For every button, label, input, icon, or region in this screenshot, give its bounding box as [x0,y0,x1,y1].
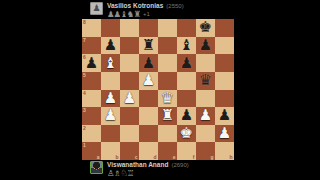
square-c5[interactable] [120,72,139,90]
square-f7[interactable]: ♝ [177,37,196,55]
default-avatar-pawn-icon: ♟ [92,4,100,13]
piece-black-pawn[interactable]: ♟ [104,38,117,53]
file-label: d [153,154,156,160]
square-b7[interactable]: ♟ [101,37,120,55]
square-h7[interactable] [215,37,234,55]
piece-white-king[interactable]: ♚ [180,126,193,141]
square-a7[interactable]: 7 [82,37,101,55]
square-a3[interactable]: 3 [82,107,101,125]
square-a4[interactable]: 4 [82,90,101,108]
piece-black-pawn[interactable]: ♟ [85,56,98,71]
piece-black-pawn[interactable]: ♟ [180,56,193,71]
piece-black-pawn[interactable]: ♟ [218,108,231,123]
square-a1[interactable]: 1a [82,142,101,160]
rank-label: 7 [83,37,86,43]
piece-black-pawn[interactable]: ♟ [199,38,212,53]
piece-black-queen[interactable]: ♛ [199,73,212,88]
rank-label: 8 [83,19,86,25]
file-label: g [210,154,213,160]
square-g4[interactable] [196,90,215,108]
square-h2[interactable]: ♟ [215,125,234,143]
square-e5[interactable] [158,72,177,90]
square-g2[interactable] [196,125,215,143]
piece-black-rook[interactable]: ♜ [142,38,155,53]
square-d8[interactable] [139,19,158,37]
piece-white-pawn[interactable]: ♟ [218,126,231,141]
square-f1[interactable]: f [177,142,196,160]
square-e2[interactable] [158,125,177,143]
chess-board: 8♚7♟♜♝♟6♟♝♟♟5♟♛4♟♟♛3♟♜♟♟♟2♚♟1abcdefgh [82,19,234,160]
square-a8[interactable]: 8 [82,19,101,37]
square-d7[interactable]: ♜ [139,37,158,55]
top-player-name[interactable]: Vasilios Kotronias [107,2,163,9]
bottom-player-rating: (2690) [171,162,188,169]
square-b3[interactable]: ♟ [101,107,120,125]
square-g8[interactable]: ♚ [196,19,215,37]
square-e8[interactable] [158,19,177,37]
piece-white-pawn[interactable]: ♟ [199,108,212,123]
square-h5[interactable] [215,72,234,90]
square-h1[interactable]: h [215,142,234,160]
square-b4[interactable]: ♟ [101,90,120,108]
square-g1[interactable]: g [196,142,215,160]
square-d1[interactable]: d [139,142,158,160]
captured-pieces-icons: ♙♗♘♖ [107,169,133,178]
square-c7[interactable] [120,37,139,55]
top-player-avatar[interactable]: ♟ [90,2,103,15]
square-f8[interactable] [177,19,196,37]
rank-label: 1 [83,142,86,148]
file-label: b [115,154,118,160]
square-b1[interactable]: b [101,142,120,160]
square-b8[interactable] [101,19,120,37]
square-e6[interactable] [158,54,177,72]
square-g3[interactable]: ♟ [196,107,215,125]
square-a6[interactable]: 6♟ [82,54,101,72]
file-label: f [193,154,195,160]
square-f6[interactable]: ♟ [177,54,196,72]
square-h8[interactable] [215,19,234,37]
square-d6[interactable]: ♟ [139,54,158,72]
piece-white-queen[interactable]: ♛ [161,91,174,106]
square-b6[interactable]: ♝ [101,54,120,72]
piece-white-pawn[interactable]: ♟ [104,108,117,123]
captured-pieces-icons: ♟♟♝♞♜ [107,10,140,19]
square-c6[interactable] [120,54,139,72]
square-e1[interactable]: e [158,142,177,160]
square-c8[interactable] [120,19,139,37]
file-label: e [173,154,176,160]
square-c3[interactable] [120,107,139,125]
square-d5[interactable]: ♟ [139,72,158,90]
square-h3[interactable]: ♟ [215,107,234,125]
rank-label: 4 [83,90,86,96]
square-b2[interactable] [101,125,120,143]
bottom-player-avatar[interactable] [90,161,103,174]
square-h6[interactable] [215,54,234,72]
piece-black-king[interactable]: ♚ [199,20,212,35]
rank-label: 6 [83,54,86,60]
bottom-captured-pieces: ♙♗♘♖ [107,169,189,178]
top-captured-pieces: ♟♟♝♞♜ +1 [107,10,184,19]
square-e4[interactable]: ♛ [158,90,177,108]
square-f4[interactable] [177,90,196,108]
square-f3[interactable]: ♟ [177,107,196,125]
piece-black-pawn[interactable]: ♟ [180,108,193,123]
rank-label: 2 [83,125,86,131]
square-b5[interactable] [101,72,120,90]
bottom-player-bar: Viswanathan Anand (2690) ♙♗♘♖ [90,161,260,178]
file-label: h [229,154,232,160]
bottom-player-name[interactable]: Viswanathan Anand [107,161,168,168]
square-d4[interactable] [139,90,158,108]
square-e3[interactable]: ♜ [158,107,177,125]
square-f2[interactable]: ♚ [177,125,196,143]
square-g5[interactable]: ♛ [196,72,215,90]
piece-black-bishop[interactable]: ♝ [180,38,193,53]
file-label: c [135,154,138,160]
square-g6[interactable] [196,54,215,72]
piece-white-pawn[interactable]: ♟ [104,91,117,106]
top-player-rating: (2550) [166,3,183,10]
rank-label: 5 [83,72,86,78]
square-h4[interactable] [215,90,234,108]
video-frame: ♟ Vasilios Kotronias (2550) ♟♟♝♞♜ +1 8♚7… [0,0,320,180]
square-e7[interactable] [158,37,177,55]
square-a2[interactable]: 2 [82,125,101,143]
material-advantage: +1 [143,10,150,19]
square-g7[interactable]: ♟ [196,37,215,55]
rank-label: 3 [83,107,86,113]
piece-white-pawn[interactable]: ♟ [142,73,155,88]
square-d3[interactable] [139,107,158,125]
file-label: a [97,154,100,160]
square-c2[interactable] [120,125,139,143]
square-d2[interactable] [139,125,158,143]
square-a5[interactable]: 5 [82,72,101,90]
piece-white-bishop[interactable]: ♝ [104,56,117,71]
square-f5[interactable] [177,72,196,90]
piece-white-pawn[interactable]: ♟ [123,91,136,106]
piece-black-pawn[interactable]: ♟ [142,56,155,71]
square-c1[interactable]: c [120,142,139,160]
square-c4[interactable]: ♟ [120,90,139,108]
piece-white-rook[interactable]: ♜ [161,108,174,123]
top-player-bar: ♟ Vasilios Kotronias (2550) ♟♟♝♞♜ +1 [90,2,260,19]
